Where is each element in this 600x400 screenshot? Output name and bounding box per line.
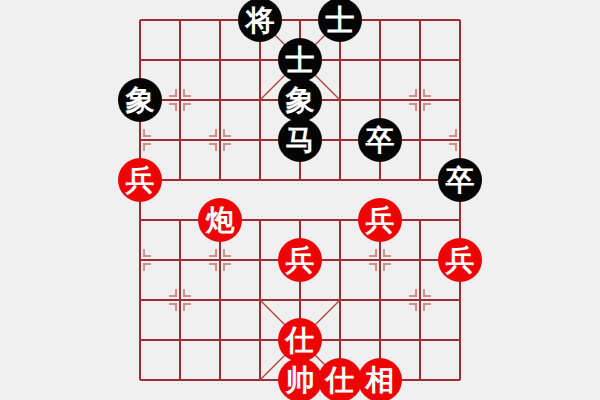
point-4-3[interactable]: 马 (280, 120, 320, 160)
point-6-7[interactable] (360, 280, 400, 320)
point-2-0[interactable] (200, 0, 240, 40)
black-elephant[interactable]: 象 (118, 78, 162, 122)
point-0-3[interactable] (120, 120, 160, 160)
point-2-8[interactable] (200, 320, 240, 360)
point-3-2[interactable] (240, 80, 280, 120)
point-7-2[interactable] (400, 80, 440, 120)
point-5-7[interactable] (320, 280, 360, 320)
point-4-4[interactable] (280, 160, 320, 200)
point-1-2[interactable] (160, 80, 200, 120)
point-3-6[interactable] (240, 240, 280, 280)
point-8-0[interactable] (440, 0, 480, 40)
point-7-7[interactable] (400, 280, 440, 320)
point-3-4[interactable] (240, 160, 280, 200)
black-general[interactable]: 将 (238, 0, 282, 42)
point-8-1[interactable] (440, 40, 480, 80)
black-advisor[interactable]: 士 (318, 0, 362, 42)
xiangqi-app: 将士士象象马卒兵卒炮兵兵兵仕帅仕相 (0, 0, 600, 400)
point-1-7[interactable] (160, 280, 200, 320)
point-1-3[interactable] (160, 120, 200, 160)
point-4-9[interactable]: 帅 (280, 360, 320, 400)
red-cannon[interactable]: 炮 (198, 198, 242, 242)
point-1-6[interactable] (160, 240, 200, 280)
point-1-5[interactable] (160, 200, 200, 240)
point-6-4[interactable] (360, 160, 400, 200)
point-5-3[interactable] (320, 120, 360, 160)
point-8-2[interactable] (440, 80, 480, 120)
point-2-1[interactable] (200, 40, 240, 80)
point-6-8[interactable] (360, 320, 400, 360)
point-2-6[interactable] (200, 240, 240, 280)
point-6-9[interactable]: 相 (360, 360, 400, 400)
point-2-2[interactable] (200, 80, 240, 120)
point-8-8[interactable] (440, 320, 480, 360)
point-0-8[interactable] (120, 320, 160, 360)
point-6-5[interactable]: 兵 (360, 200, 400, 240)
point-0-2[interactable]: 象 (120, 80, 160, 120)
point-4-1[interactable]: 士 (280, 40, 320, 80)
point-5-9[interactable]: 仕 (320, 360, 360, 400)
red-soldier[interactable]: 兵 (118, 158, 162, 202)
point-4-7[interactable] (280, 280, 320, 320)
point-8-5[interactable] (440, 200, 480, 240)
point-6-2[interactable] (360, 80, 400, 120)
point-0-0[interactable] (120, 0, 160, 40)
point-0-5[interactable] (120, 200, 160, 240)
point-3-8[interactable] (240, 320, 280, 360)
point-1-0[interactable] (160, 0, 200, 40)
point-3-7[interactable] (240, 280, 280, 320)
point-0-4[interactable]: 兵 (120, 160, 160, 200)
point-0-9[interactable] (120, 360, 160, 400)
point-2-3[interactable] (200, 120, 240, 160)
black-horse[interactable]: 马 (278, 118, 322, 162)
point-5-6[interactable] (320, 240, 360, 280)
red-advisor[interactable]: 仕 (318, 358, 362, 400)
black-elephant[interactable]: 象 (278, 78, 322, 122)
point-3-0[interactable]: 将 (240, 0, 280, 40)
point-8-4[interactable]: 卒 (440, 160, 480, 200)
point-5-2[interactable] (320, 80, 360, 120)
point-5-4[interactable] (320, 160, 360, 200)
xiangqi-board[interactable]: 将士士象象马卒兵卒炮兵兵兵仕帅仕相 (120, 0, 480, 400)
point-7-4[interactable] (400, 160, 440, 200)
point-0-7[interactable] (120, 280, 160, 320)
point-2-5[interactable]: 炮 (200, 200, 240, 240)
point-1-4[interactable] (160, 160, 200, 200)
black-soldier[interactable]: 卒 (358, 118, 402, 162)
point-4-8[interactable]: 仕 (280, 320, 320, 360)
point-5-1[interactable] (320, 40, 360, 80)
point-0-1[interactable] (120, 40, 160, 80)
point-4-6[interactable]: 兵 (280, 240, 320, 280)
point-2-9[interactable] (200, 360, 240, 400)
point-6-6[interactable] (360, 240, 400, 280)
point-1-8[interactable] (160, 320, 200, 360)
point-4-2[interactable]: 象 (280, 80, 320, 120)
point-7-6[interactable] (400, 240, 440, 280)
point-5-8[interactable] (320, 320, 360, 360)
point-3-9[interactable] (240, 360, 280, 400)
point-8-9[interactable] (440, 360, 480, 400)
black-advisor[interactable]: 士 (278, 38, 322, 82)
point-6-1[interactable] (360, 40, 400, 80)
point-7-9[interactable] (400, 360, 440, 400)
point-7-8[interactable] (400, 320, 440, 360)
red-soldier[interactable]: 兵 (278, 238, 322, 282)
point-7-1[interactable] (400, 40, 440, 80)
red-advisor[interactable]: 仕 (278, 318, 322, 362)
point-3-1[interactable] (240, 40, 280, 80)
point-4-0[interactable] (280, 0, 320, 40)
point-6-3[interactable]: 卒 (360, 120, 400, 160)
point-5-5[interactable] (320, 200, 360, 240)
black-soldier[interactable]: 卒 (438, 158, 482, 202)
point-3-3[interactable] (240, 120, 280, 160)
red-soldier[interactable]: 兵 (438, 238, 482, 282)
point-4-5[interactable] (280, 200, 320, 240)
point-0-6[interactable] (120, 240, 160, 280)
point-6-0[interactable] (360, 0, 400, 40)
point-8-3[interactable] (440, 120, 480, 160)
point-7-3[interactable] (400, 120, 440, 160)
point-1-9[interactable] (160, 360, 200, 400)
point-7-0[interactable] (400, 0, 440, 40)
point-8-6[interactable]: 兵 (440, 240, 480, 280)
point-3-5[interactable] (240, 200, 280, 240)
point-2-7[interactable] (200, 280, 240, 320)
point-1-1[interactable] (160, 40, 200, 80)
red-soldier[interactable]: 兵 (358, 198, 402, 242)
point-2-4[interactable] (200, 160, 240, 200)
red-general[interactable]: 帅 (278, 358, 322, 400)
point-5-0[interactable]: 士 (320, 0, 360, 40)
point-7-5[interactable] (400, 200, 440, 240)
point-8-7[interactable] (440, 280, 480, 320)
red-elephant[interactable]: 相 (358, 358, 402, 400)
